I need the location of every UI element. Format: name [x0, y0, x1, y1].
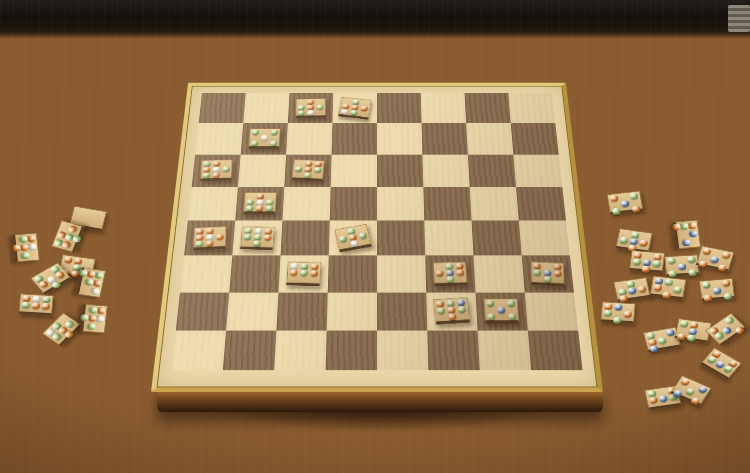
bead-orange	[721, 251, 731, 259]
bead-orange	[662, 292, 671, 299]
loose-tile[interactable]	[613, 277, 651, 302]
bead-green	[633, 258, 642, 265]
photo-scene	[0, 0, 750, 473]
bead-green	[95, 272, 104, 280]
bead-orange	[32, 302, 41, 309]
bead-orange	[632, 205, 641, 212]
bead-orange	[67, 225, 77, 233]
bead-orange	[64, 256, 73, 264]
loose-tile[interactable]	[12, 233, 40, 263]
bead-orange	[20, 244, 29, 251]
bead-green	[668, 270, 677, 277]
bead-orange	[88, 315, 97, 322]
bead-green	[680, 223, 689, 230]
bead-green	[724, 316, 735, 325]
bead-orange	[672, 224, 681, 231]
bead-orange	[61, 241, 71, 249]
bead-orange	[42, 303, 51, 310]
bead-white	[96, 315, 105, 322]
bead-orange	[688, 222, 697, 229]
loose-tile[interactable]	[41, 312, 82, 347]
loose-tile[interactable]	[629, 250, 665, 273]
bead-green	[658, 337, 667, 345]
bead-orange	[637, 285, 646, 293]
loose-tile[interactable]	[606, 190, 643, 214]
bead-blue	[659, 395, 668, 403]
loose-tile[interactable]	[649, 275, 686, 299]
loose-tile[interactable]	[51, 220, 85, 253]
bead-orange	[624, 311, 633, 318]
bead-orange	[639, 239, 648, 247]
loose-tile[interactable]	[80, 304, 108, 334]
loose-tiles-layer	[0, 0, 750, 473]
bead-green	[724, 293, 733, 300]
bead-white	[28, 243, 37, 250]
bead-green	[673, 286, 682, 293]
bead-green	[685, 387, 696, 396]
bead-orange	[610, 195, 619, 202]
bead-blue	[678, 263, 687, 270]
bead-orange	[690, 397, 701, 406]
bead-orange	[734, 326, 745, 335]
bead-blue	[614, 304, 623, 311]
bead-green	[619, 236, 628, 244]
bead-orange	[704, 294, 713, 301]
bead-orange	[619, 295, 628, 303]
bead-green	[19, 236, 28, 243]
bead-green	[612, 208, 621, 215]
bead-green	[652, 260, 661, 267]
bead-orange	[97, 307, 106, 314]
bead-green	[613, 317, 622, 324]
loose-tile[interactable]	[76, 267, 107, 298]
bead-green	[72, 235, 82, 243]
bead-green	[664, 279, 673, 286]
bead-green	[702, 281, 711, 288]
bead-green	[604, 310, 613, 317]
bead-orange	[698, 260, 708, 268]
bead-blue	[682, 239, 691, 246]
bead-orange	[649, 396, 658, 404]
bead-green	[22, 302, 31, 309]
bead-green	[87, 323, 96, 330]
loose-tile[interactable]	[699, 278, 735, 301]
bead-green	[89, 307, 98, 314]
bead-green	[629, 192, 638, 199]
bead-green	[51, 280, 62, 289]
bead-blue	[710, 256, 720, 264]
bead-orange	[642, 266, 651, 273]
bead-orange	[680, 378, 691, 387]
bead-green	[687, 334, 696, 342]
bead-blue	[697, 385, 708, 394]
loose-tile[interactable]	[673, 220, 701, 250]
bead-blue	[621, 200, 630, 207]
bead-green	[667, 257, 676, 264]
loose-tile[interactable]	[695, 245, 734, 272]
bead-green	[680, 320, 689, 328]
bead-blue	[689, 230, 698, 237]
bead-orange	[722, 280, 731, 287]
loose-tile[interactable]	[664, 254, 700, 276]
bead-green	[687, 256, 696, 263]
bead-blue	[713, 287, 722, 294]
bead-green	[21, 252, 30, 259]
bead-orange	[653, 284, 662, 291]
bead-orange	[12, 245, 21, 252]
bead-orange	[93, 280, 102, 288]
bead-orange	[27, 235, 36, 242]
bead-blue	[649, 345, 658, 353]
bead-green	[688, 269, 697, 276]
loose-tile[interactable]	[705, 313, 747, 347]
bead-orange	[702, 247, 712, 255]
loose-tile[interactable]	[18, 293, 54, 315]
bead-orange	[677, 333, 686, 341]
loose-tile[interactable]	[700, 347, 742, 380]
bead-orange	[718, 264, 728, 272]
loose-tile[interactable]	[600, 301, 636, 323]
bead-green	[80, 314, 89, 321]
bead-blue	[628, 287, 637, 295]
bead-white	[91, 288, 100, 296]
